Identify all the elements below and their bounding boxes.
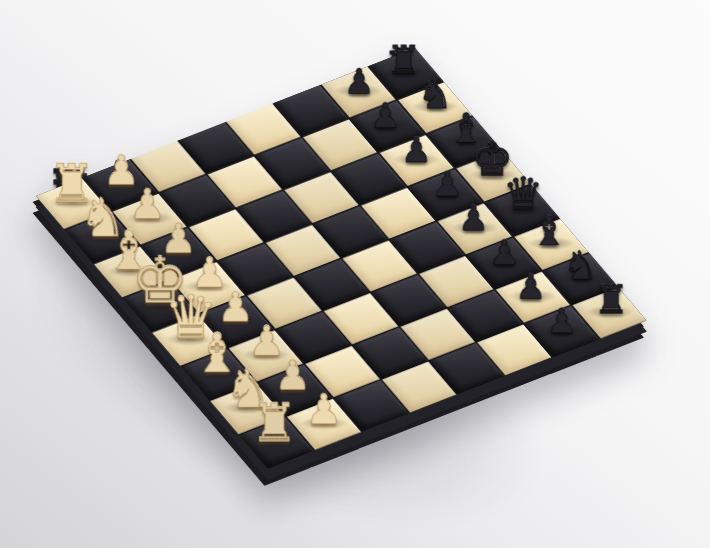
rook-glyph: ♜ bbox=[251, 396, 299, 449]
piece-white-rook[interactable]: ♜ bbox=[238, 361, 314, 449]
piece-black-pawn[interactable]: ♟ bbox=[524, 249, 600, 337]
pawn-glyph: ♟ bbox=[547, 303, 578, 337]
photo-scene: ♜♞♝♚♛♝♞♜♟♟♟♟♟♟♟♟♟♟♟♟♟♟♟♟♜♞♝♚♛♝♞♜ bbox=[0, 0, 710, 548]
